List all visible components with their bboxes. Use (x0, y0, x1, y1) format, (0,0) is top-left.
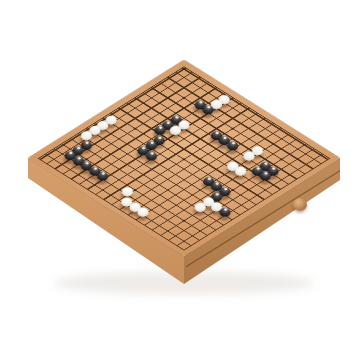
go-board[interactable] (28, 60, 339, 256)
product-photo-scene (0, 0, 360, 360)
drawer-knob[interactable] (293, 198, 307, 211)
board-intersections (29, 61, 338, 255)
